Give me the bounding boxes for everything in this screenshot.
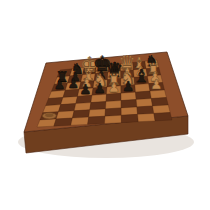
piece-ebony-p-f5[interactable]: ♟ bbox=[122, 78, 134, 94]
square-a1[interactable] bbox=[37, 119, 56, 127]
square-f1[interactable] bbox=[121, 114, 138, 122]
piece-ebony-p-d5[interactable]: ♟ bbox=[94, 80, 106, 96]
square-f3[interactable] bbox=[121, 100, 137, 108]
square-e1[interactable] bbox=[105, 115, 122, 123]
chess-set-photo: ♞♚♚♟♛♝♞♜♟♝♟♛♟♟♜♟♟♟♞♜♞♝♟♟♟♟♟♟ bbox=[0, 0, 210, 210]
piece-ebony-p-b6[interactable]: ♟ bbox=[67, 76, 79, 91]
square-c1[interactable] bbox=[71, 117, 89, 125]
square-h3[interactable] bbox=[151, 98, 168, 106]
piece-ebony-p-a6[interactable]: ♟ bbox=[54, 77, 66, 92]
square-h1[interactable] bbox=[154, 113, 172, 121]
svg-text:♟: ♟ bbox=[54, 77, 66, 92]
svg-text:♟: ♟ bbox=[122, 78, 134, 94]
square-h2[interactable] bbox=[153, 105, 171, 113]
square-d3[interactable] bbox=[90, 102, 106, 110]
square-e3[interactable] bbox=[106, 101, 122, 109]
square-b4[interactable] bbox=[61, 96, 78, 104]
square-c2[interactable] bbox=[72, 110, 89, 118]
piece-boxwood-p-h5[interactable]: ♟ bbox=[150, 76, 162, 92]
square-e2[interactable] bbox=[105, 108, 121, 116]
svg-text:♟: ♟ bbox=[94, 80, 106, 96]
square-b2[interactable] bbox=[56, 111, 74, 119]
square-g3[interactable] bbox=[136, 99, 152, 107]
piece-boxwood-p-e5[interactable]: ♟ bbox=[108, 79, 120, 95]
svg-text:♟: ♟ bbox=[150, 76, 162, 92]
square-f2[interactable] bbox=[121, 107, 137, 115]
square-g4[interactable] bbox=[136, 91, 152, 99]
svg-text:♟: ♟ bbox=[79, 81, 91, 97]
svg-text:♟: ♟ bbox=[67, 76, 79, 91]
piece-ebony-b-g6[interactable]: ♝ bbox=[133, 66, 149, 86]
square-d1[interactable] bbox=[88, 116, 105, 124]
chess-board: ♞♚♚♟♛♝♞♜♟♝♟♛♟♟♜♟♟♟♞♜♞♝♟♟♟♟♟♟ bbox=[0, 0, 210, 210]
piece-ebony-p-c5[interactable]: ♟ bbox=[79, 81, 91, 97]
wooden-counter-disc[interactable] bbox=[42, 113, 56, 119]
square-b1[interactable] bbox=[54, 118, 73, 126]
svg-text:♟: ♟ bbox=[108, 79, 120, 95]
square-d2[interactable] bbox=[89, 109, 106, 117]
square-g1[interactable] bbox=[138, 113, 156, 121]
square-g2[interactable] bbox=[137, 106, 154, 114]
square-b3[interactable] bbox=[58, 104, 75, 112]
svg-text:♝: ♝ bbox=[133, 66, 149, 86]
square-c3[interactable] bbox=[74, 103, 91, 111]
square-a3[interactable] bbox=[43, 105, 61, 113]
